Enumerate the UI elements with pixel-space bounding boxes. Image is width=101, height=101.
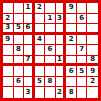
cell-r9c5[interactable] xyxy=(45,87,56,98)
cell-r3c1[interactable]: 3 xyxy=(3,24,14,35)
cell-r1c4[interactable]: 2 xyxy=(35,3,46,14)
cell-r7c6[interactable] xyxy=(56,66,67,77)
cell-r3c5[interactable] xyxy=(45,24,56,35)
cell-r2c6[interactable]: 3 xyxy=(56,14,67,25)
cell-r6c6[interactable]: 1 xyxy=(56,56,67,67)
cell-r7c3[interactable] xyxy=(24,66,35,77)
cell-r3c2[interactable]: 5 xyxy=(14,24,25,35)
cell-r4c6[interactable] xyxy=(56,35,67,46)
cell-r5c6[interactable] xyxy=(56,45,67,56)
cell-r9c8[interactable] xyxy=(77,87,88,98)
cell-r9c2[interactable] xyxy=(14,87,25,98)
cell-r8c1[interactable] xyxy=(3,77,14,88)
cell-r6c3[interactable]: 7 xyxy=(24,56,35,67)
cell-r8c9[interactable]: 2 xyxy=(87,77,98,88)
cell-r2c3[interactable] xyxy=(24,14,35,25)
cell-r4c8[interactable] xyxy=(77,35,88,46)
cell-r7c7[interactable]: 6 xyxy=(66,66,77,77)
cell-r8c6[interactable] xyxy=(56,77,67,88)
cell-r1c8[interactable] xyxy=(77,3,88,14)
cell-r5c2[interactable]: 8 xyxy=(14,45,25,56)
cell-r8c5[interactable]: 8 xyxy=(45,77,56,88)
cell-r2c5[interactable]: 1 xyxy=(45,14,56,25)
cell-r7c1[interactable] xyxy=(3,66,14,77)
cell-r3c9[interactable] xyxy=(87,24,98,35)
cell-r9c6[interactable]: 2 xyxy=(56,87,67,98)
cell-r4c3[interactable] xyxy=(24,35,35,46)
cell-r9c4[interactable] xyxy=(35,87,46,98)
cell-r9c7[interactable]: 8 xyxy=(66,87,77,98)
cell-r8c4[interactable]: 5 xyxy=(35,77,46,88)
cell-r7c4[interactable] xyxy=(35,66,46,77)
cell-r6c5[interactable] xyxy=(45,56,56,67)
cell-r7c2[interactable] xyxy=(14,66,25,77)
cell-r5c9[interactable] xyxy=(87,45,98,56)
cell-r2c2[interactable] xyxy=(14,14,25,25)
cell-r6c2[interactable] xyxy=(14,56,25,67)
sudoku-board: 12921363569428677186596582328 xyxy=(0,0,101,101)
cell-r1c7[interactable]: 9 xyxy=(66,3,77,14)
cell-r5c3[interactable] xyxy=(24,45,35,56)
cell-r4c2[interactable] xyxy=(14,35,25,46)
cell-r1c5[interactable] xyxy=(45,3,56,14)
cell-r5c5[interactable]: 6 xyxy=(45,45,56,56)
cell-r8c7[interactable] xyxy=(66,77,77,88)
cell-r8c8[interactable] xyxy=(77,77,88,88)
cell-r1c1[interactable] xyxy=(3,3,14,14)
cell-r3c4[interactable] xyxy=(35,24,46,35)
cell-r2c7[interactable] xyxy=(66,14,77,25)
cell-r4c1[interactable]: 9 xyxy=(3,35,14,46)
cell-r6c9[interactable]: 8 xyxy=(87,56,98,67)
cell-r1c9[interactable] xyxy=(87,3,98,14)
cell-r2c4[interactable] xyxy=(35,14,46,25)
cell-r1c3[interactable]: 1 xyxy=(24,3,35,14)
cell-r2c9[interactable] xyxy=(87,14,98,25)
cell-r5c7[interactable] xyxy=(66,45,77,56)
cell-r6c4[interactable] xyxy=(35,56,46,67)
cell-r7c5[interactable] xyxy=(45,66,56,77)
cell-r4c9[interactable] xyxy=(87,35,98,46)
cell-r3c7[interactable] xyxy=(66,24,77,35)
cell-r3c8[interactable] xyxy=(77,24,88,35)
cell-r6c7[interactable] xyxy=(66,56,77,67)
cell-r5c4[interactable] xyxy=(35,45,46,56)
cell-r3c3[interactable]: 6 xyxy=(24,24,35,35)
cell-r7c8[interactable]: 5 xyxy=(77,66,88,77)
cell-r9c3[interactable]: 3 xyxy=(24,87,35,98)
cell-r4c4[interactable]: 4 xyxy=(35,35,46,46)
cell-r9c9[interactable] xyxy=(87,87,98,98)
cell-r9c1[interactable] xyxy=(3,87,14,98)
cell-r5c1[interactable] xyxy=(3,45,14,56)
cell-r3c6[interactable] xyxy=(56,24,67,35)
cell-r2c8[interactable]: 6 xyxy=(77,14,88,25)
cell-r2c1[interactable]: 2 xyxy=(3,14,14,25)
cell-r1c2[interactable] xyxy=(14,3,25,14)
cell-r8c3[interactable] xyxy=(24,77,35,88)
cell-r5c8[interactable]: 7 xyxy=(77,45,88,56)
cell-r7c9[interactable]: 9 xyxy=(87,66,98,77)
cell-r4c7[interactable]: 2 xyxy=(66,35,77,46)
cell-r6c1[interactable] xyxy=(3,56,14,67)
cell-r6c8[interactable] xyxy=(77,56,88,67)
cell-r1c6[interactable] xyxy=(56,3,67,14)
cell-r4c5[interactable] xyxy=(45,35,56,46)
cell-r8c2[interactable]: 6 xyxy=(14,77,25,88)
